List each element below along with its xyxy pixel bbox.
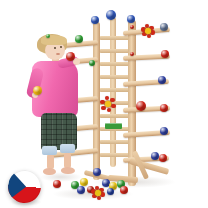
tower-rung <box>99 36 130 40</box>
child-foot-right <box>61 167 75 174</box>
child-cuff-left <box>42 146 57 155</box>
spinner-petal <box>110 98 114 102</box>
spinner-petal <box>100 192 104 196</box>
brand-label <box>105 123 122 129</box>
tower-rung <box>99 75 130 79</box>
czech-flag-triangle <box>7 169 28 203</box>
rail6-ball-blue <box>151 152 159 160</box>
tower-rung <box>99 49 130 53</box>
held-ball-yellow <box>33 86 42 95</box>
spinner-center <box>145 28 150 33</box>
held-ball-red <box>66 52 75 61</box>
child-shin-left <box>47 155 54 169</box>
spinner-petal <box>100 100 104 104</box>
base-ball-blue <box>93 168 101 176</box>
floor-ball-blue-1 <box>77 186 85 194</box>
rail5-ball-blue <box>160 127 168 135</box>
post-peg-red-2 <box>130 52 134 56</box>
rail4-ball-red-mid <box>136 101 146 111</box>
rail6-ball-red <box>159 154 167 162</box>
rail3-ball-blue <box>158 76 166 84</box>
tower-rung <box>99 153 130 157</box>
spinner-petal <box>107 108 111 112</box>
child-mouth <box>56 53 60 55</box>
child-hair-fringe <box>41 35 67 45</box>
flower-spinner-floor <box>91 186 105 200</box>
spinner-petal <box>147 34 151 38</box>
finial-ball-center <box>106 10 116 20</box>
spinner-center <box>95 190 100 195</box>
left-rail-ball-green <box>75 35 83 43</box>
child-eye-left <box>54 47 56 49</box>
spinner-petal <box>105 96 109 100</box>
child-foot-left <box>43 168 56 175</box>
spinner-petal <box>97 196 101 200</box>
finial-ball-left <box>91 16 99 24</box>
child-eye-right <box>60 46 62 48</box>
finial-ball-right <box>127 15 135 23</box>
hair-clip-green <box>46 34 50 38</box>
post-peg-red-top <box>130 25 134 29</box>
tower-rung <box>99 140 130 144</box>
tower-rung <box>99 114 130 118</box>
child-cuff-right <box>60 144 75 153</box>
floor-ball-red-1 <box>53 180 61 188</box>
flower-spinner-top <box>141 24 155 38</box>
child-shin-right <box>64 153 71 168</box>
tower-rung <box>99 88 130 92</box>
product-photo: Toddler in a pink sweater playing with a… <box>0 0 208 208</box>
rail2-ball-red <box>161 50 169 58</box>
tower-rung <box>99 62 130 66</box>
spinner-petal <box>150 30 154 34</box>
rail4-ball-red-end <box>160 104 168 112</box>
floor-ball-yellow-1 <box>80 178 88 186</box>
floor-ball-navy <box>107 188 114 195</box>
floor-ball-red-3 <box>120 186 128 194</box>
rail1-ball-blue-gray <box>160 23 168 31</box>
flower-spinner-middle <box>100 96 116 112</box>
spinner-petal <box>111 104 115 108</box>
spinner-center <box>105 101 110 106</box>
post-peg-green <box>89 60 95 66</box>
